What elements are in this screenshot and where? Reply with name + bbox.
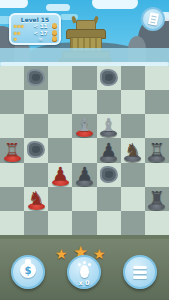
dark-warrior-glyph: ♟ xyxy=(97,141,121,159)
cracked-tile xyxy=(100,69,118,86)
game-screen: Level 15 ★★★ < 11 ★★ < 17 ★ ∞ ♝♝♖♟♞♖♟♟♞♜… xyxy=(0,0,169,300)
board-cell[interactable] xyxy=(24,90,48,114)
board-cell[interactable] xyxy=(72,211,96,235)
board-cell[interactable] xyxy=(24,114,48,138)
board-cell[interactable] xyxy=(97,187,121,211)
cracked-tile xyxy=(27,141,45,158)
board-cell[interactable] xyxy=(121,90,145,114)
board-cell[interactable] xyxy=(0,163,24,187)
board-cell[interactable] xyxy=(121,66,145,90)
board-cell[interactable] xyxy=(48,211,72,235)
red-warrior-glyph: ♟ xyxy=(48,165,72,183)
cloud xyxy=(46,4,70,11)
menu-button[interactable] xyxy=(123,255,157,289)
board-cell[interactable] xyxy=(145,90,169,114)
money-bag-icon: $ xyxy=(20,263,36,278)
footprint-mini-icon xyxy=(52,30,57,36)
scroll-button[interactable] xyxy=(141,7,165,31)
board-cell[interactable] xyxy=(145,66,169,90)
board-cell[interactable]: ♞ xyxy=(121,138,145,162)
board-cell[interactable]: ♜ xyxy=(145,187,169,211)
board-cell[interactable] xyxy=(0,90,24,114)
board-cell[interactable] xyxy=(24,211,48,235)
piece-dark-warrior[interactable]: ♟ xyxy=(97,132,121,162)
game-board: ♝♝♖♟♞♖♟♟♞♜ xyxy=(0,66,169,235)
board-cell[interactable] xyxy=(24,138,48,162)
cloud xyxy=(0,0,28,8)
piece-dark-pagoda[interactable]: ♜ xyxy=(145,180,169,210)
moves-counter: x 0 xyxy=(69,279,99,287)
footprint-icon xyxy=(80,265,89,278)
dark-warrior-glyph: ♟ xyxy=(72,165,96,183)
board-cell[interactable]: ♝ xyxy=(72,114,96,138)
board-cell[interactable] xyxy=(48,187,72,211)
piece-dark-horse[interactable]: ♞ xyxy=(121,132,145,162)
board-cell[interactable]: ♞ xyxy=(24,187,48,211)
earned-star-icon: ★ xyxy=(55,246,68,262)
footprint-mini-icon xyxy=(52,36,57,42)
board-cell[interactable]: ♟ xyxy=(97,138,121,162)
board-cell[interactable] xyxy=(72,187,96,211)
board-cell[interactable] xyxy=(72,66,96,90)
piece-dark-cannon[interactable]: ♖ xyxy=(145,132,169,162)
board-cell[interactable]: ♖ xyxy=(0,138,24,162)
red-cannon-glyph: ♖ xyxy=(0,141,24,159)
board-cell[interactable] xyxy=(48,66,72,90)
board-cell[interactable] xyxy=(145,211,169,235)
red-elephant-glyph: ♝ xyxy=(72,116,96,134)
piece-dark-warrior[interactable]: ♟ xyxy=(72,156,96,186)
board-cell[interactable]: ♟ xyxy=(72,163,96,187)
dark-horse-glyph: ♞ xyxy=(121,141,145,159)
dollar-sign: $ xyxy=(20,265,36,276)
red-horse-glyph: ♞ xyxy=(24,189,48,207)
goal-row-1star: ★ ∞ xyxy=(13,36,57,43)
goal-limit: ∞ xyxy=(29,36,52,43)
cracked-tile xyxy=(27,69,45,86)
board-cell[interactable] xyxy=(0,187,24,211)
board-cell[interactable] xyxy=(97,211,121,235)
footprint-mini-icon xyxy=(52,23,57,29)
cracked-tile xyxy=(100,166,118,183)
board-cell[interactable] xyxy=(0,211,24,235)
board-cell[interactable] xyxy=(48,114,72,138)
piece-red-horse[interactable]: ♞ xyxy=(24,180,48,210)
piece-red-warrior[interactable]: ♟ xyxy=(48,156,72,186)
board-cell[interactable]: ♟ xyxy=(48,163,72,187)
board-cell[interactable] xyxy=(121,211,145,235)
board-cell[interactable] xyxy=(48,90,72,114)
level-title: Level 15 xyxy=(13,16,57,23)
board-cell[interactable] xyxy=(97,163,121,187)
goal-stars: ★ xyxy=(13,36,29,43)
moves-button[interactable]: x 0 xyxy=(67,255,101,289)
dark-cannon-glyph: ♖ xyxy=(145,141,169,159)
board-cell[interactable]: ♖ xyxy=(145,138,169,162)
scroll-icon xyxy=(148,12,159,26)
piece-red-cannon[interactable]: ♖ xyxy=(0,132,24,162)
board-cell[interactable] xyxy=(24,66,48,90)
board-cell[interactable] xyxy=(121,163,145,187)
dark-pagoda-glyph: ♜ xyxy=(145,189,169,207)
board-cell[interactable] xyxy=(0,66,24,90)
board-cell[interactable] xyxy=(97,66,121,90)
hamburger-icon xyxy=(133,266,147,269)
cloud xyxy=(92,0,138,9)
board-shadow-edge xyxy=(0,235,169,239)
board-cell[interactable] xyxy=(121,187,145,211)
piece-red-elephant[interactable]: ♝ xyxy=(72,107,96,137)
level-goal-panel: Level 15 ★★★ < 11 ★★ < 17 ★ ∞ xyxy=(9,13,61,45)
money-button[interactable]: $ xyxy=(11,255,45,289)
